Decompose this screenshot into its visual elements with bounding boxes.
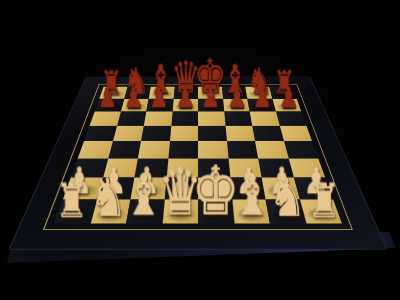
- square-g6: [250, 111, 280, 125]
- square-e5: [198, 125, 227, 141]
- square-d6: [171, 111, 198, 125]
- red-pawn: ♟: [149, 85, 169, 112]
- square-c6: [144, 111, 172, 125]
- square-c7: ♟: [146, 99, 173, 112]
- square-h4: [284, 141, 319, 158]
- square-h5: [279, 125, 312, 141]
- square-e7: ♟: [198, 99, 224, 112]
- square-f6: [224, 111, 252, 125]
- red-pawn: ♟: [253, 85, 273, 112]
- red-pawn: ♟: [227, 85, 247, 112]
- natural-knight: ♞: [90, 173, 127, 223]
- square-b6: [117, 111, 147, 125]
- square-e6: [198, 111, 225, 125]
- red-pawn: ♟: [279, 85, 299, 112]
- square-a5: [84, 125, 117, 141]
- square-b7: ♟: [121, 99, 149, 112]
- red-pawn: ♟: [201, 85, 221, 112]
- square-g4: [255, 141, 288, 158]
- board-frame: ♜♞♝♛♚♝♞♜♟♟♟♟♟♟♟♟♟♟♟♟♟♟♟♟♜♞♝♛♚♝♞♜: [8, 77, 387, 250]
- square-f5: [225, 125, 255, 141]
- square-b1: ♞: [90, 199, 130, 223]
- red-pawn: ♟: [124, 85, 144, 112]
- natural-rook: ♜: [308, 179, 341, 223]
- square-g7: ♟: [247, 99, 275, 112]
- square-a6: [90, 111, 121, 125]
- red-pawn: ♟: [98, 85, 118, 112]
- natural-rook: ♜: [56, 179, 89, 223]
- natural-queen: ♛: [158, 164, 202, 224]
- square-h6: [275, 111, 306, 125]
- square-g5: [252, 125, 283, 141]
- square-f7: ♟: [223, 99, 250, 112]
- square-b4: [108, 141, 141, 158]
- chess-board: ♜♞♝♛♚♝♞♜♟♟♟♟♟♟♟♟♟♟♟♟♟♟♟♟♜♞♝♛♚♝♞♜: [54, 87, 342, 224]
- square-a7: ♟: [95, 99, 124, 112]
- board-scene: ♜♞♝♛♚♝♞♜♟♟♟♟♟♟♟♟♟♟♟♟♟♟♟♟♜♞♝♛♚♝♞♜: [0, 0, 400, 300]
- natural-knight: ♞: [269, 173, 306, 223]
- square-d1: ♛: [162, 199, 198, 223]
- chess-set-photo: ♜♞♝♛♚♝♞♜♟♟♟♟♟♟♟♟♟♟♟♟♟♟♟♟♜♞♝♛♚♝♞♜: [0, 0, 400, 300]
- square-d5: [170, 125, 199, 141]
- square-h7: ♟: [272, 99, 301, 112]
- square-c5: [141, 125, 171, 141]
- square-e1: ♚: [198, 199, 234, 223]
- red-pawn: ♟: [175, 85, 195, 112]
- square-d7: ♟: [172, 99, 198, 112]
- square-g1: ♞: [266, 199, 306, 223]
- square-b5: [113, 125, 144, 141]
